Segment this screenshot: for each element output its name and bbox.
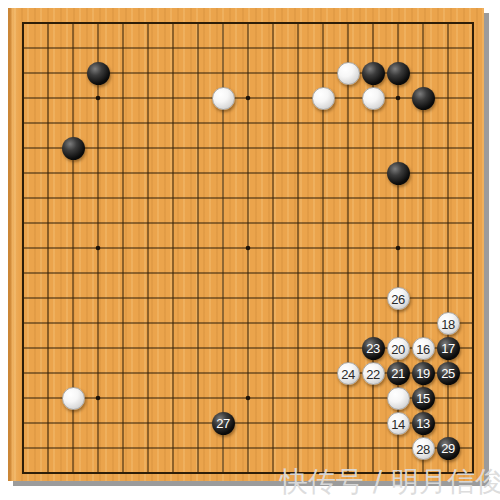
stone-white-r6: 16 <box>412 337 435 360</box>
stone-white-o17 <box>337 62 360 85</box>
stone-black-p17 <box>362 62 385 85</box>
stone-black-r5: 19 <box>412 362 435 385</box>
stone-white-q3: 14 <box>387 412 410 435</box>
stone-white-r2: 28 <box>412 437 435 460</box>
stone-black-p6: 23 <box>362 337 385 360</box>
star-point <box>246 246 251 251</box>
stone-black-d17 <box>87 62 110 85</box>
star-point <box>96 246 101 251</box>
stone-black-q17 <box>387 62 410 85</box>
watermark: 快传号 / 明月信俊 <box>280 463 500 500</box>
stone-white-n16 <box>312 87 335 110</box>
stone-black-j3: 27 <box>212 412 235 435</box>
stone-white-s7: 18 <box>437 312 460 335</box>
stone-white-c4 <box>62 387 85 410</box>
star-point <box>246 96 251 101</box>
go-board: 1314151617181920212223242526272829 <box>8 8 484 481</box>
stone-white-q6: 20 <box>387 337 410 360</box>
star-point <box>396 96 401 101</box>
stone-black-r3: 13 <box>412 412 435 435</box>
page: 1314151617181920212223242526272829 快传号 /… <box>0 0 500 500</box>
stone-black-s2: 29 <box>437 437 460 460</box>
stone-white-p16 <box>362 87 385 110</box>
stone-white-q8: 26 <box>387 287 410 310</box>
stone-white-j16 <box>212 87 235 110</box>
stone-black-c14 <box>62 137 85 160</box>
stone-black-r4: 15 <box>412 387 435 410</box>
stone-black-r16 <box>412 87 435 110</box>
stone-white-o5: 24 <box>337 362 360 385</box>
board-grid <box>8 8 484 481</box>
stone-white-p5: 22 <box>362 362 385 385</box>
star-point <box>246 396 251 401</box>
star-point <box>96 96 101 101</box>
stone-black-q13 <box>387 162 410 185</box>
stone-black-q5: 21 <box>387 362 410 385</box>
stone-white-q4 <box>387 387 410 410</box>
stone-black-s6: 17 <box>437 337 460 360</box>
star-point <box>396 246 401 251</box>
stone-black-s5: 25 <box>437 362 460 385</box>
star-point <box>96 396 101 401</box>
